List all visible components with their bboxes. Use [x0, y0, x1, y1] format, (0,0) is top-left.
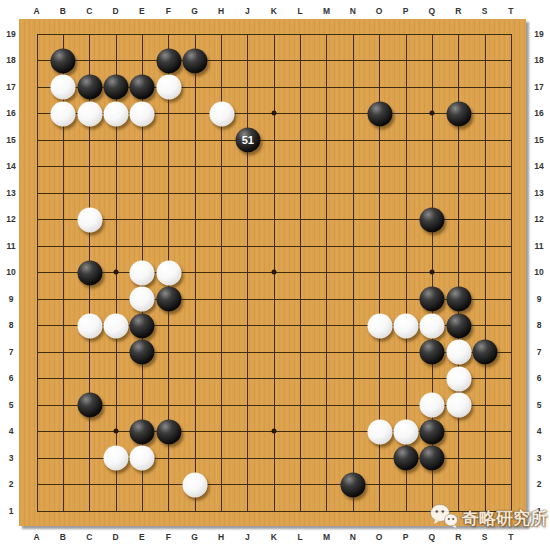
- column-label-top: D: [113, 6, 119, 16]
- white-stone: [156, 260, 181, 285]
- column-label-top: S: [482, 6, 488, 16]
- row-label-left: 19: [6, 29, 15, 39]
- black-stone: [77, 75, 102, 100]
- black-stone: [77, 260, 102, 285]
- white-stone: [104, 101, 129, 126]
- black-stone: [420, 419, 445, 444]
- white-stone: [394, 419, 419, 444]
- column-label-top: P: [403, 6, 409, 16]
- column-label-bottom: D: [113, 532, 119, 542]
- row-label-left: 17: [6, 82, 15, 92]
- row-label-left: 14: [6, 161, 15, 171]
- column-label-bottom: T: [508, 532, 513, 542]
- column-label-top: F: [166, 6, 171, 16]
- grid-line: [326, 34, 327, 511]
- grid-line: [511, 34, 512, 511]
- column-label-top: O: [376, 6, 383, 16]
- white-stone: [51, 75, 76, 100]
- black-stone: [77, 393, 102, 418]
- column-label-top: L: [297, 6, 302, 16]
- row-label-left: 5: [9, 400, 14, 410]
- column-label-top: N: [350, 6, 356, 16]
- black-stone: [183, 48, 208, 73]
- black-stone: [420, 340, 445, 365]
- watermark-text: 奇略研究所: [462, 510, 547, 527]
- column-label-bottom: R: [455, 532, 461, 542]
- black-stone: [130, 313, 155, 338]
- row-label-left: 11: [7, 241, 16, 251]
- column-label-bottom: S: [482, 532, 488, 542]
- wechat-icon: [429, 503, 459, 533]
- go-board: 51: [19, 19, 526, 526]
- white-stone: [183, 472, 208, 497]
- row-label-left: 2: [9, 479, 14, 489]
- column-label-top: K: [271, 6, 277, 16]
- row-label-right: 17: [534, 82, 543, 92]
- black-stone: [446, 287, 471, 312]
- row-label-right: 10: [534, 267, 543, 277]
- star-point: [429, 270, 434, 275]
- row-label-left: 9: [9, 294, 14, 304]
- white-stone: [77, 101, 102, 126]
- white-stone: [446, 393, 471, 418]
- row-label-right: 11: [535, 241, 544, 251]
- column-label-top: T: [508, 6, 513, 16]
- row-label-left: 16: [6, 108, 15, 118]
- move-number-label: 51: [242, 135, 254, 146]
- white-stone: [130, 446, 155, 471]
- row-label-left: 12: [6, 214, 15, 224]
- star-point: [113, 270, 118, 275]
- grid-line: [37, 378, 511, 379]
- white-stone: [367, 419, 392, 444]
- row-label-right: 12: [534, 214, 543, 224]
- column-label-bottom: N: [350, 532, 356, 542]
- column-label-top: M: [323, 6, 330, 16]
- grid-line: [353, 34, 354, 511]
- row-label-right: 19: [534, 29, 543, 39]
- star-point: [271, 270, 276, 275]
- column-label-bottom: B: [60, 532, 66, 542]
- black-stone: [367, 101, 392, 126]
- row-label-left: 4: [9, 426, 14, 436]
- column-label-bottom: M: [323, 532, 330, 542]
- row-label-left: 3: [9, 453, 14, 463]
- black-stone: [130, 340, 155, 365]
- column-label-top: Q: [429, 6, 436, 16]
- row-label-right: 13: [534, 188, 543, 198]
- column-label-top: H: [218, 6, 224, 16]
- column-label-bottom: C: [86, 532, 92, 542]
- row-label-right: 8: [537, 320, 542, 330]
- white-stone: [156, 75, 181, 100]
- white-stone: [130, 101, 155, 126]
- star-point: [271, 429, 276, 434]
- row-label-right: 3: [537, 453, 542, 463]
- white-stone: [77, 313, 102, 338]
- column-label-bottom: Q: [429, 532, 436, 542]
- black-stone: [104, 75, 129, 100]
- black-stone: [446, 313, 471, 338]
- black-stone: [156, 48, 181, 73]
- row-label-right: 6: [537, 373, 542, 383]
- row-label-right: 2: [537, 479, 542, 489]
- column-label-top: G: [191, 6, 198, 16]
- row-label-left: 1: [9, 506, 14, 516]
- column-label-top: J: [245, 6, 250, 16]
- column-label-bottom: E: [139, 532, 145, 542]
- white-stone: [104, 446, 129, 471]
- column-label-bottom: A: [33, 532, 39, 542]
- column-label-top: R: [455, 6, 461, 16]
- white-stone: [420, 393, 445, 418]
- black-stone: [394, 446, 419, 471]
- column-label-bottom: K: [271, 532, 277, 542]
- black-stone: [130, 419, 155, 444]
- row-label-right: 18: [534, 55, 543, 65]
- column-label-bottom: J: [245, 532, 250, 542]
- column-label-bottom: P: [403, 532, 409, 542]
- column-label-bottom: F: [166, 532, 171, 542]
- row-label-right: 14: [534, 161, 543, 171]
- go-diagram: 51 AABBCCDDEEFFGGHHJJKKLLMMNNOOPPQQRRSST…: [0, 0, 550, 550]
- star-point: [429, 111, 434, 116]
- grid-line: [37, 484, 511, 485]
- column-label-bottom: O: [376, 532, 383, 542]
- black-stone: 51: [235, 128, 260, 153]
- star-point: [271, 111, 276, 116]
- column-label-top: E: [139, 6, 145, 16]
- column-label-top: B: [60, 6, 66, 16]
- black-stone: [130, 75, 155, 100]
- row-label-left: 10: [6, 267, 15, 277]
- row-label-left: 15: [6, 135, 15, 145]
- white-stone: [104, 313, 129, 338]
- black-stone: [473, 340, 498, 365]
- white-stone: [446, 340, 471, 365]
- white-stone: [77, 207, 102, 232]
- black-stone: [156, 419, 181, 444]
- white-stone: [446, 366, 471, 391]
- column-label-bottom: G: [191, 532, 198, 542]
- grid-line: [485, 34, 486, 511]
- white-stone: [209, 101, 234, 126]
- black-stone: [51, 48, 76, 73]
- row-label-left: 6: [9, 373, 14, 383]
- white-stone: [130, 260, 155, 285]
- star-point: [113, 429, 118, 434]
- row-label-right: 5: [537, 400, 542, 410]
- row-label-right: 16: [534, 108, 543, 118]
- row-label-left: 8: [9, 320, 14, 330]
- watermark: 奇略研究所: [429, 503, 548, 533]
- column-label-bottom: L: [297, 532, 302, 542]
- column-label-top: A: [33, 6, 39, 16]
- row-label-right: 7: [537, 347, 542, 357]
- column-label-bottom: H: [218, 532, 224, 542]
- row-label-left: 13: [6, 188, 15, 198]
- column-label-top: C: [86, 6, 92, 16]
- black-stone: [341, 472, 366, 497]
- row-label-left: 7: [9, 347, 14, 357]
- black-stone: [420, 287, 445, 312]
- white-stone: [394, 313, 419, 338]
- black-stone: [156, 287, 181, 312]
- row-label-right: 15: [534, 135, 543, 145]
- black-stone: [420, 207, 445, 232]
- black-stone: [420, 446, 445, 471]
- white-stone: [130, 287, 155, 312]
- row-label-left: 18: [6, 55, 15, 65]
- black-stone: [446, 101, 471, 126]
- white-stone: [367, 313, 392, 338]
- row-label-right: 4: [537, 426, 542, 436]
- row-label-right: 9: [537, 294, 542, 304]
- white-stone: [51, 101, 76, 126]
- grid-line: [300, 34, 301, 511]
- white-stone: [420, 313, 445, 338]
